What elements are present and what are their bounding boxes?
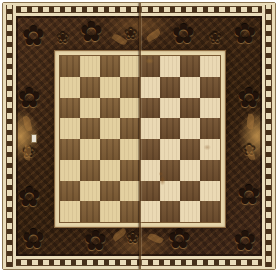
square-r7c0[interactable] bbox=[60, 201, 80, 222]
square-r1c4[interactable] bbox=[140, 77, 160, 98]
carved-blossom-icon: ❀ bbox=[126, 230, 139, 246]
square-r6c6[interactable] bbox=[180, 181, 200, 202]
square-r0c0[interactable] bbox=[60, 56, 80, 77]
square-r3c7[interactable] bbox=[200, 118, 220, 139]
square-r3c6[interactable] bbox=[180, 118, 200, 139]
square-r2c5[interactable] bbox=[160, 98, 180, 119]
square-r0c7[interactable] bbox=[200, 56, 220, 77]
carved-flower-icon: ✿ bbox=[22, 225, 45, 252]
square-r5c4[interactable] bbox=[140, 160, 160, 181]
board-fold-seam bbox=[139, 3, 141, 269]
square-r3c4[interactable] bbox=[140, 118, 160, 139]
square-r6c4[interactable] bbox=[140, 181, 160, 202]
square-r4c1[interactable] bbox=[80, 139, 100, 160]
square-r1c2[interactable] bbox=[100, 77, 120, 98]
square-r5c3[interactable] bbox=[120, 160, 140, 181]
square-r2c1[interactable] bbox=[80, 98, 100, 119]
carved-flower-icon: ✿ bbox=[80, 18, 103, 45]
square-r5c6[interactable] bbox=[180, 160, 200, 181]
carved-leaf-icon bbox=[23, 116, 32, 132]
square-r4c7[interactable] bbox=[200, 139, 220, 160]
square-r2c2[interactable] bbox=[100, 98, 120, 119]
carved-blossom-icon: ❀ bbox=[209, 30, 222, 46]
square-r4c5[interactable] bbox=[160, 139, 180, 160]
square-r0c4[interactable] bbox=[140, 56, 160, 77]
square-r0c3[interactable] bbox=[120, 56, 140, 77]
carved-leaf-icon bbox=[147, 232, 164, 245]
square-r7c6[interactable] bbox=[180, 201, 200, 222]
square-r2c0[interactable] bbox=[60, 98, 80, 119]
square-r3c0[interactable] bbox=[60, 118, 80, 139]
carved-flower-icon: ✿ bbox=[237, 84, 260, 111]
square-r3c5[interactable] bbox=[160, 118, 180, 139]
chess-board: ✿ ✿ ✿ ✿ ✿ ✿ ✿ ✿ ✿ ✿ ✿ ✿ ❀ ❀ ❀ ❀ ❀ ❀ bbox=[2, 2, 276, 270]
square-r5c1[interactable] bbox=[80, 160, 100, 181]
carved-flower-icon: ✿ bbox=[18, 183, 41, 210]
inlay-band-right bbox=[262, 3, 275, 269]
carved-flower-icon: ✿ bbox=[84, 227, 107, 254]
inlay-dash-pattern bbox=[6, 5, 13, 267]
inlay-dash-pattern bbox=[265, 5, 272, 267]
square-r5c2[interactable] bbox=[100, 160, 120, 181]
board-photo: ✿ ✿ ✿ ✿ ✿ ✿ ✿ ✿ ✿ ✿ ✿ ✿ ❀ ❀ ❀ ❀ ❀ ❀ bbox=[0, 0, 280, 280]
square-r6c3[interactable] bbox=[120, 181, 140, 202]
square-r2c4[interactable] bbox=[140, 98, 160, 119]
carved-blossom-icon: ❀ bbox=[56, 30, 69, 46]
carved-leaf-icon bbox=[246, 114, 255, 130]
square-r7c7[interactable] bbox=[200, 201, 220, 222]
carved-flower-icon: ✿ bbox=[168, 225, 191, 252]
square-r4c2[interactable] bbox=[100, 139, 120, 160]
square-r1c7[interactable] bbox=[200, 77, 220, 98]
carved-flower-icon: ✿ bbox=[172, 20, 195, 47]
square-r4c6[interactable] bbox=[180, 139, 200, 160]
carved-flower-icon: ✿ bbox=[18, 84, 41, 111]
square-r4c0[interactable] bbox=[60, 139, 80, 160]
clasp-pin bbox=[31, 134, 37, 143]
carved-flower-icon: ✿ bbox=[233, 20, 256, 47]
square-r0c5[interactable] bbox=[160, 56, 180, 77]
square-r6c0[interactable] bbox=[60, 181, 80, 202]
square-r6c5[interactable] bbox=[160, 181, 180, 202]
square-r0c2[interactable] bbox=[100, 56, 120, 77]
square-r6c7[interactable] bbox=[200, 181, 220, 202]
square-r2c3[interactable] bbox=[120, 98, 140, 119]
square-r0c1[interactable] bbox=[80, 56, 100, 77]
square-r7c2[interactable] bbox=[100, 201, 120, 222]
carved-leaf-icon bbox=[145, 29, 161, 43]
square-r3c3[interactable] bbox=[120, 118, 140, 139]
square-r7c4[interactable] bbox=[140, 201, 160, 222]
square-r1c3[interactable] bbox=[120, 77, 140, 98]
square-r7c3[interactable] bbox=[120, 201, 140, 222]
square-r4c4[interactable] bbox=[140, 139, 160, 160]
square-r5c7[interactable] bbox=[200, 160, 220, 181]
square-r4c3[interactable] bbox=[120, 139, 140, 160]
carved-flower-icon: ✿ bbox=[233, 227, 256, 254]
square-r7c1[interactable] bbox=[80, 201, 100, 222]
square-r2c6[interactable] bbox=[180, 98, 200, 119]
square-r5c5[interactable] bbox=[160, 160, 180, 181]
square-r1c5[interactable] bbox=[160, 77, 180, 98]
carved-flower-icon: ✿ bbox=[237, 181, 260, 208]
square-r3c2[interactable] bbox=[100, 118, 120, 139]
square-r1c0[interactable] bbox=[60, 77, 80, 98]
square-r7c5[interactable] bbox=[160, 201, 180, 222]
square-r1c1[interactable] bbox=[80, 77, 100, 98]
square-r5c0[interactable] bbox=[60, 160, 80, 181]
square-r6c1[interactable] bbox=[80, 181, 100, 202]
carved-flower-icon: ✿ bbox=[22, 22, 45, 49]
square-r1c6[interactable] bbox=[180, 77, 200, 98]
square-r2c7[interactable] bbox=[200, 98, 220, 119]
inlay-band-left bbox=[3, 3, 16, 269]
square-r6c2[interactable] bbox=[100, 181, 120, 202]
square-r3c1[interactable] bbox=[80, 118, 100, 139]
square-r0c6[interactable] bbox=[180, 56, 200, 77]
